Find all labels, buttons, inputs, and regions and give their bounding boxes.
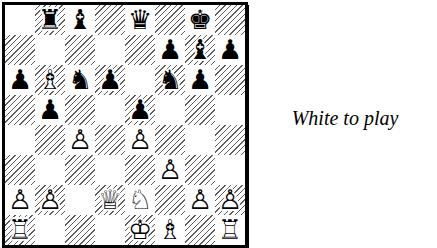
white-pawn-piece: ♟♙ [35, 185, 65, 215]
square-g6: ♟ [185, 65, 215, 95]
black-pawn-piece: ♟ [215, 35, 245, 65]
white-king-piece: ♚♔ [125, 215, 155, 245]
square-h1: ♜♖ [215, 215, 245, 245]
square-c1 [65, 215, 95, 245]
square-h2: ♟♙ [215, 185, 245, 215]
square-c8: ♝ [65, 5, 95, 35]
white-pawn-piece: ♟♙ [185, 185, 215, 215]
black-bishop-piece: ♝ [65, 5, 95, 35]
white-rook-piece: ♜♖ [5, 215, 35, 245]
square-g4 [185, 125, 215, 155]
white-pawn-piece: ♟♙ [215, 185, 245, 215]
square-c4: ♟♙ [65, 125, 95, 155]
white-pawn-piece: ♟♙ [125, 125, 155, 155]
black-knight-piece: ♞ [155, 65, 185, 95]
black-rook-piece: ♜ [35, 5, 65, 35]
square-a7 [5, 35, 35, 65]
square-g2: ♟♙ [185, 185, 215, 215]
square-e4: ♟♙ [125, 125, 155, 155]
white-pawn-piece: ♟♙ [65, 125, 95, 155]
white-knight-piece: ♞♘ [125, 185, 155, 215]
square-e5: ♟ [125, 95, 155, 125]
square-e8: ♛ [125, 5, 155, 35]
square-d2: ♛♕ [95, 185, 125, 215]
square-a6: ♟ [5, 65, 35, 95]
chess-board-frame: ♜♝♛♚♟♝♟♟♝♗♞♟♞♟♟♟♟♙♟♙♟♙♟♙♟♙♛♕♞♘♟♙♟♙♜♖♚♔♝♗… [3, 3, 247, 247]
square-f6: ♞ [155, 65, 185, 95]
square-g5 [185, 95, 215, 125]
square-h3 [215, 155, 245, 185]
square-c3 [65, 155, 95, 185]
square-a1: ♜♖ [5, 215, 35, 245]
black-pawn-piece: ♟ [95, 65, 125, 95]
square-h6 [215, 65, 245, 95]
square-f2 [155, 185, 185, 215]
white-bishop-piece: ♝♗ [35, 65, 65, 95]
square-f1: ♝♗ [155, 215, 185, 245]
square-g8: ♚ [185, 5, 215, 35]
square-e1: ♚♔ [125, 215, 155, 245]
white-queen-piece: ♛♕ [95, 185, 125, 215]
square-f4 [155, 125, 185, 155]
square-b4 [35, 125, 65, 155]
square-d6: ♟ [95, 65, 125, 95]
square-a8 [5, 5, 35, 35]
square-f5 [155, 95, 185, 125]
square-d8 [95, 5, 125, 35]
black-pawn-piece: ♟ [185, 65, 215, 95]
white-pawn-piece: ♟♙ [5, 185, 35, 215]
square-d7 [95, 35, 125, 65]
square-g3 [185, 155, 215, 185]
square-b6: ♝♗ [35, 65, 65, 95]
square-h7: ♟ [215, 35, 245, 65]
square-h4 [215, 125, 245, 155]
square-h5 [215, 95, 245, 125]
square-b1 [35, 215, 65, 245]
black-knight-piece: ♞ [65, 65, 95, 95]
square-f3: ♟♙ [155, 155, 185, 185]
square-g7: ♝ [185, 35, 215, 65]
square-b7 [35, 35, 65, 65]
square-c7 [65, 35, 95, 65]
square-f8 [155, 5, 185, 35]
black-pawn-piece: ♟ [35, 95, 65, 125]
square-b3 [35, 155, 65, 185]
black-pawn-piece: ♟ [155, 35, 185, 65]
black-pawn-piece: ♟ [5, 65, 35, 95]
square-d5 [95, 95, 125, 125]
square-d4 [95, 125, 125, 155]
square-a4 [5, 125, 35, 155]
white-bishop-piece: ♝♗ [155, 215, 185, 245]
square-c5 [65, 95, 95, 125]
square-e6 [125, 65, 155, 95]
square-b2: ♟♙ [35, 185, 65, 215]
chess-board: ♜♝♛♚♟♝♟♟♝♗♞♟♞♟♟♟♟♙♟♙♟♙♟♙♟♙♛♕♞♘♟♙♟♙♜♖♚♔♝♗… [5, 5, 245, 245]
square-c2 [65, 185, 95, 215]
black-queen-piece: ♛ [125, 5, 155, 35]
square-h8 [215, 5, 245, 35]
square-e3 [125, 155, 155, 185]
square-a2: ♟♙ [5, 185, 35, 215]
side-to-play-caption: White to play [255, 107, 435, 130]
chess-diagram-page: ♜♝♛♚♟♝♟♟♝♗♞♟♞♟♟♟♟♙♟♙♟♙♟♙♟♙♛♕♞♘♟♙♟♙♜♖♚♔♝♗… [0, 0, 437, 248]
white-pawn-piece: ♟♙ [155, 155, 185, 185]
square-d1 [95, 215, 125, 245]
square-b8: ♜ [35, 5, 65, 35]
white-rook-piece: ♜♖ [215, 215, 245, 245]
square-g1 [185, 215, 215, 245]
square-e7 [125, 35, 155, 65]
square-c6: ♞ [65, 65, 95, 95]
black-pawn-piece: ♟ [125, 95, 155, 125]
square-f7: ♟ [155, 35, 185, 65]
square-d3 [95, 155, 125, 185]
black-bishop-piece: ♝ [185, 35, 215, 65]
square-e2: ♞♘ [125, 185, 155, 215]
square-b5: ♟ [35, 95, 65, 125]
square-a5 [5, 95, 35, 125]
square-a3 [5, 155, 35, 185]
black-king-piece: ♚ [185, 5, 215, 35]
